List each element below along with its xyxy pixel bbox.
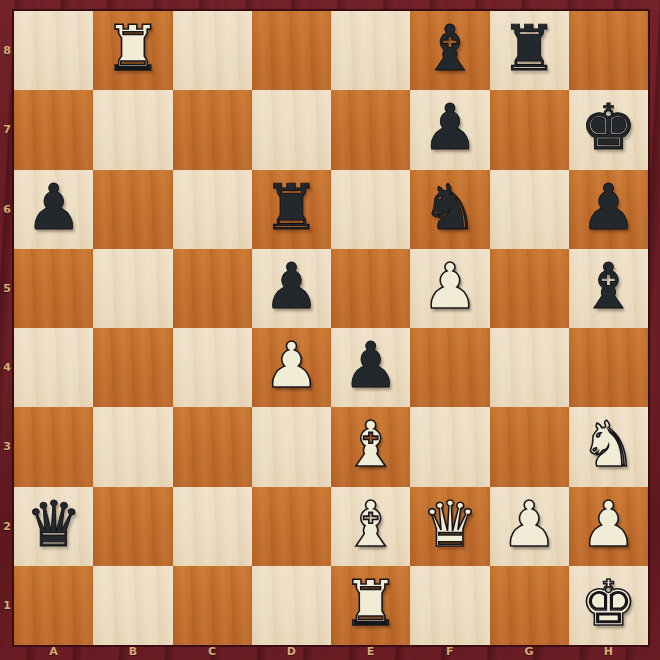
piece-white-rook[interactable]: ♜: [105, 17, 161, 80]
board-frame: 87654321 ♜♝♜♟♚♟♜♞♟♟♟♝♟♟♝♞♛♝♛♟♟♜♚ ABCDEFG…: [0, 0, 660, 660]
square-a7[interactable]: [14, 90, 93, 169]
square-g8[interactable]: ♜: [490, 11, 569, 90]
piece-white-pawn[interactable]: ♟: [422, 255, 478, 318]
piece-black-bishop[interactable]: ♝: [580, 255, 636, 318]
square-g5[interactable]: [490, 249, 569, 328]
square-c8[interactable]: [173, 11, 252, 90]
square-a1[interactable]: [14, 566, 93, 645]
square-b3[interactable]: [93, 407, 172, 486]
piece-white-king[interactable]: ♚: [580, 572, 636, 635]
square-d4[interactable]: ♟: [252, 328, 331, 407]
square-d3[interactable]: [252, 407, 331, 486]
square-a2[interactable]: ♛: [14, 487, 93, 566]
chess-board: ♜♝♜♟♚♟♜♞♟♟♟♝♟♟♝♞♛♝♛♟♟♜♚: [14, 11, 648, 645]
square-h4[interactable]: [569, 328, 648, 407]
file-label-a: A: [14, 645, 93, 660]
rank-labels: 87654321: [0, 11, 14, 645]
piece-black-rook[interactable]: ♜: [263, 176, 319, 239]
square-h7[interactable]: ♚: [569, 90, 648, 169]
file-label-h: H: [569, 645, 648, 660]
square-f5[interactable]: ♟: [410, 249, 489, 328]
square-d1[interactable]: [252, 566, 331, 645]
square-c5[interactable]: [173, 249, 252, 328]
square-f2[interactable]: ♛: [410, 487, 489, 566]
square-a5[interactable]: [14, 249, 93, 328]
square-f6[interactable]: ♞: [410, 170, 489, 249]
square-h8[interactable]: [569, 11, 648, 90]
square-g3[interactable]: [490, 407, 569, 486]
rank-label-5: 5: [0, 249, 14, 328]
square-b4[interactable]: [93, 328, 172, 407]
square-g4[interactable]: [490, 328, 569, 407]
square-d5[interactable]: ♟: [252, 249, 331, 328]
square-f3[interactable]: [410, 407, 489, 486]
square-d8[interactable]: [252, 11, 331, 90]
rank-label-2: 2: [0, 487, 14, 566]
square-c1[interactable]: [173, 566, 252, 645]
square-a8[interactable]: [14, 11, 93, 90]
rank-label-1: 1: [0, 566, 14, 645]
rank-label-7: 7: [0, 90, 14, 169]
square-f8[interactable]: ♝: [410, 11, 489, 90]
piece-white-pawn[interactable]: ♟: [580, 493, 636, 556]
piece-white-bishop[interactable]: ♝: [342, 413, 398, 476]
square-f7[interactable]: ♟: [410, 90, 489, 169]
file-label-b: B: [93, 645, 172, 660]
file-labels: ABCDEFGH: [14, 645, 648, 660]
square-g2[interactable]: ♟: [490, 487, 569, 566]
square-e2[interactable]: ♝: [331, 487, 410, 566]
piece-white-knight[interactable]: ♞: [580, 413, 636, 476]
square-e7[interactable]: [331, 90, 410, 169]
square-c6[interactable]: [173, 170, 252, 249]
rank-label-6: 6: [0, 170, 14, 249]
piece-black-pawn[interactable]: ♟: [422, 96, 478, 159]
piece-black-pawn[interactable]: ♟: [342, 334, 398, 397]
square-d2[interactable]: [252, 487, 331, 566]
square-f1[interactable]: [410, 566, 489, 645]
square-b2[interactable]: [93, 487, 172, 566]
square-h6[interactable]: ♟: [569, 170, 648, 249]
piece-black-king[interactable]: ♚: [580, 96, 636, 159]
file-label-e: E: [331, 645, 410, 660]
piece-black-pawn[interactable]: ♟: [263, 255, 319, 318]
square-b6[interactable]: [93, 170, 172, 249]
piece-black-rook[interactable]: ♜: [501, 17, 557, 80]
square-g6[interactable]: [490, 170, 569, 249]
square-g1[interactable]: [490, 566, 569, 645]
piece-white-pawn[interactable]: ♟: [501, 493, 557, 556]
piece-white-queen[interactable]: ♛: [422, 493, 478, 556]
square-c3[interactable]: [173, 407, 252, 486]
file-label-d: D: [252, 645, 331, 660]
square-a4[interactable]: [14, 328, 93, 407]
square-h2[interactable]: ♟: [569, 487, 648, 566]
square-c2[interactable]: [173, 487, 252, 566]
rank-label-4: 4: [0, 328, 14, 407]
square-d6[interactable]: ♜: [252, 170, 331, 249]
piece-white-rook[interactable]: ♜: [342, 572, 398, 635]
square-d7[interactable]: [252, 90, 331, 169]
rank-label-8: 8: [0, 11, 14, 90]
square-a3[interactable]: [14, 407, 93, 486]
square-h3[interactable]: ♞: [569, 407, 648, 486]
square-e4[interactable]: ♟: [331, 328, 410, 407]
file-label-g: G: [490, 645, 569, 660]
square-b1[interactable]: [93, 566, 172, 645]
square-h1[interactable]: ♚: [569, 566, 648, 645]
square-c7[interactable]: [173, 90, 252, 169]
piece-white-bishop[interactable]: ♝: [342, 493, 398, 556]
square-b7[interactable]: [93, 90, 172, 169]
square-e6[interactable]: [331, 170, 410, 249]
square-e3[interactable]: ♝: [331, 407, 410, 486]
piece-black-pawn[interactable]: ♟: [580, 176, 636, 239]
rank-label-3: 3: [0, 407, 14, 486]
square-h5[interactable]: ♝: [569, 249, 648, 328]
square-g7[interactable]: [490, 90, 569, 169]
piece-black-queen[interactable]: ♛: [25, 493, 81, 556]
piece-black-pawn[interactable]: ♟: [25, 176, 81, 239]
square-b8[interactable]: ♜: [93, 11, 172, 90]
square-e1[interactable]: ♜: [331, 566, 410, 645]
square-b5[interactable]: [93, 249, 172, 328]
square-f4[interactable]: [410, 328, 489, 407]
square-c4[interactable]: [173, 328, 252, 407]
piece-black-knight[interactable]: ♞: [422, 176, 478, 239]
piece-black-bishop[interactable]: ♝: [422, 17, 478, 80]
file-label-f: F: [410, 645, 489, 660]
piece-white-pawn[interactable]: ♟: [263, 334, 319, 397]
square-a6[interactable]: ♟: [14, 170, 93, 249]
square-e8[interactable]: [331, 11, 410, 90]
file-label-c: C: [173, 645, 252, 660]
square-e5[interactable]: [331, 249, 410, 328]
